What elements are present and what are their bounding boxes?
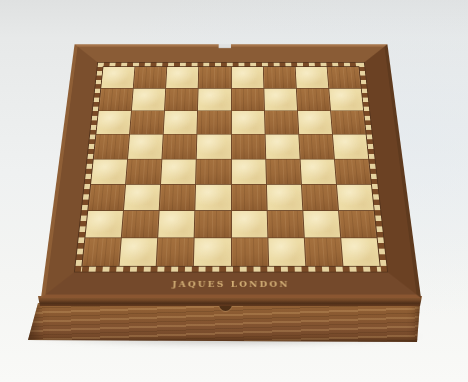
square-d4[interactable] <box>196 159 230 184</box>
square-h3[interactable] <box>337 184 374 210</box>
square-b2[interactable] <box>122 211 159 238</box>
square-h1[interactable] <box>341 238 380 266</box>
lid-alignment-notch <box>219 44 231 48</box>
square-f6[interactable] <box>265 111 299 134</box>
square-f3[interactable] <box>267 184 303 210</box>
inlay-strip-bottom <box>75 267 387 272</box>
square-c4[interactable] <box>161 159 196 184</box>
square-a6[interactable] <box>96 111 131 134</box>
square-g1[interactable] <box>305 238 343 266</box>
square-g8[interactable] <box>295 67 328 88</box>
square-h7[interactable] <box>329 89 363 111</box>
square-a4[interactable] <box>91 159 127 184</box>
square-e2[interactable] <box>231 211 267 238</box>
square-c1[interactable] <box>157 238 194 266</box>
square-d1[interactable] <box>194 238 230 266</box>
square-b3[interactable] <box>124 184 160 210</box>
square-e5[interactable] <box>231 135 265 159</box>
chess-board <box>82 67 379 266</box>
square-c8[interactable] <box>166 67 198 88</box>
square-d6[interactable] <box>198 111 231 134</box>
mahogany-frame <box>45 47 416 295</box>
inlay-strip-top <box>98 63 365 67</box>
square-h8[interactable] <box>327 67 360 88</box>
square-f4[interactable] <box>266 159 301 184</box>
square-a3[interactable] <box>88 184 125 210</box>
square-a7[interactable] <box>99 89 133 111</box>
square-f2[interactable] <box>267 211 303 238</box>
square-e4[interactable] <box>231 159 265 184</box>
square-g4[interactable] <box>300 159 335 184</box>
square-a5[interactable] <box>94 135 129 159</box>
square-e6[interactable] <box>231 111 264 134</box>
square-e1[interactable] <box>231 238 267 266</box>
square-d3[interactable] <box>196 184 231 210</box>
square-g3[interactable] <box>302 184 338 210</box>
square-h4[interactable] <box>335 159 371 184</box>
square-b8[interactable] <box>134 67 167 88</box>
square-d5[interactable] <box>197 135 231 159</box>
square-g6[interactable] <box>298 111 332 134</box>
brand-stamp: JAQUES LONDON <box>46 280 416 288</box>
box-base <box>28 303 420 342</box>
square-e7[interactable] <box>231 89 263 111</box>
square-b5[interactable] <box>128 135 163 159</box>
square-d7[interactable] <box>198 89 230 111</box>
square-d8[interactable] <box>199 67 231 88</box>
square-g5[interactable] <box>299 135 334 159</box>
checkered-inlay-border <box>74 62 388 272</box>
square-c3[interactable] <box>160 184 196 210</box>
photo-scene: JAQUES LONDON <box>0 0 468 382</box>
square-b7[interactable] <box>132 89 165 111</box>
square-g2[interactable] <box>303 211 340 238</box>
square-e8[interactable] <box>231 67 263 88</box>
square-d2[interactable] <box>195 211 231 238</box>
square-c5[interactable] <box>163 135 197 159</box>
square-f5[interactable] <box>265 135 299 159</box>
square-a8[interactable] <box>101 67 134 88</box>
square-h5[interactable] <box>333 135 368 159</box>
square-g7[interactable] <box>297 89 330 111</box>
square-f1[interactable] <box>268 238 305 266</box>
square-c2[interactable] <box>158 211 194 238</box>
square-b1[interactable] <box>120 238 158 266</box>
board-lid-top: JAQUES LONDON <box>41 44 421 298</box>
square-c7[interactable] <box>165 89 198 111</box>
square-e3[interactable] <box>231 184 266 210</box>
square-f8[interactable] <box>263 67 295 88</box>
square-b6[interactable] <box>130 111 164 134</box>
square-a1[interactable] <box>82 238 121 266</box>
square-a2[interactable] <box>85 211 123 238</box>
square-b4[interactable] <box>126 159 161 184</box>
square-c6[interactable] <box>164 111 198 134</box>
square-h6[interactable] <box>331 111 366 134</box>
square-h2[interactable] <box>339 211 377 238</box>
square-f7[interactable] <box>264 89 297 111</box>
